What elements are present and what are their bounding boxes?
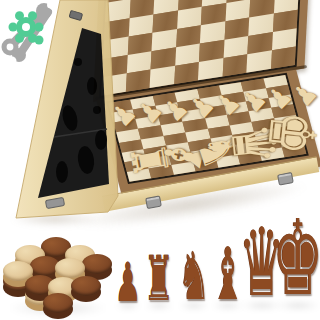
- checker-disc-dark: [71, 276, 101, 296]
- tools-gear-logo-icon: [0, 0, 62, 64]
- product-photo[interactable]: ♟♟♟♟♟♟♟♟♜♝♞♛♚ ♟♜♞♝♛♚: [0, 0, 320, 320]
- dark-king-standing: ♚: [272, 206, 320, 310]
- dark-pawn-standing: ♟: [115, 256, 142, 310]
- dark-rook-standing: ♜: [144, 248, 175, 310]
- checker-disc-dark: [82, 254, 112, 274]
- dark-knight-standing: ♞: [178, 244, 211, 310]
- board-square: [222, 54, 247, 76]
- checker-disc-light: [55, 258, 85, 278]
- checker-disc-dark: [43, 293, 73, 313]
- board-square: [246, 50, 271, 72]
- light-king-lying: ♚: [258, 108, 320, 157]
- board-square: [198, 58, 223, 80]
- board-square: [271, 46, 296, 68]
